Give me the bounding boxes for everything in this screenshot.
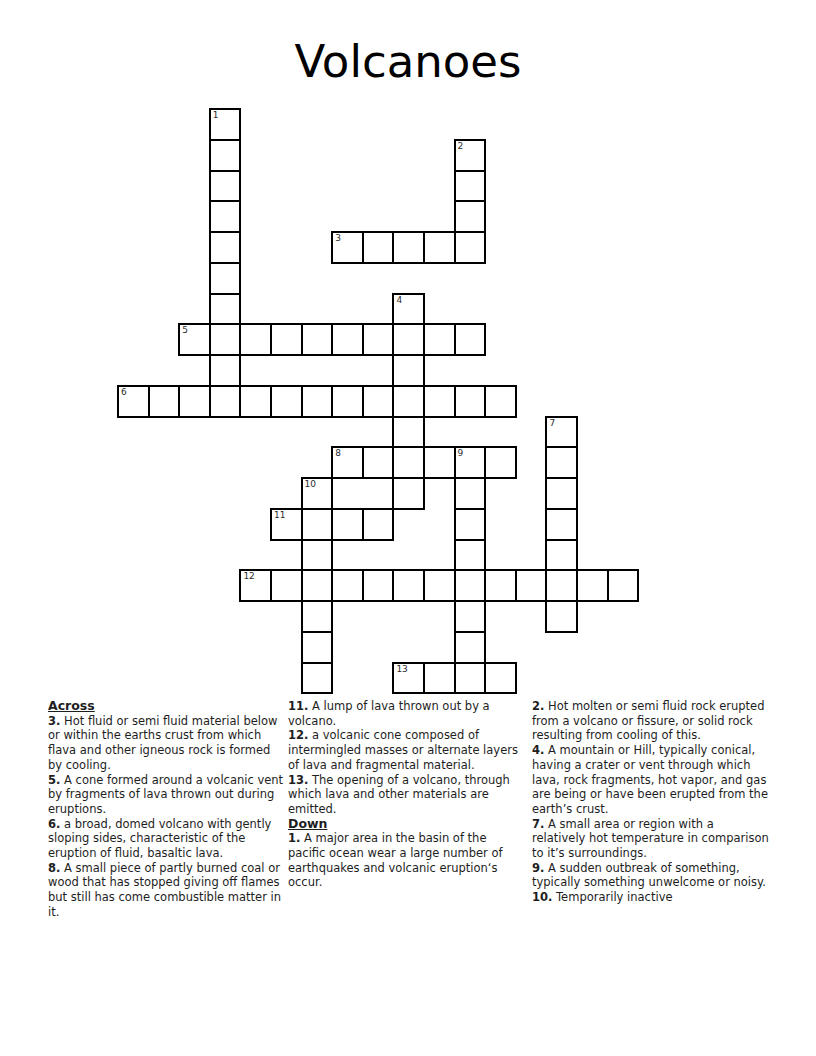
grid-cell[interactable] [423,662,456,695]
clue-number-label: 1. [288,831,300,845]
grid-cell[interactable] [301,508,334,541]
clue-number-label: 7. [532,817,544,831]
grid-cell[interactable]: 1 [209,108,242,141]
grid-cell[interactable] [178,385,211,418]
grid-cell[interactable] [392,416,425,449]
grid-cell[interactable] [454,477,487,510]
clue-number: 7 [549,418,555,428]
clue-across-11: 11. A lump of lava thrown out by a volca… [288,699,525,728]
grid-cell[interactable] [362,446,395,479]
grid-cell[interactable] [423,385,456,418]
grid-cell[interactable] [270,323,303,356]
grid-cell[interactable] [392,354,425,387]
grid-cell[interactable] [392,385,425,418]
clue-number: 11 [274,510,285,520]
clue-number: 13 [396,664,407,674]
grid-cell[interactable]: 10 [301,477,334,510]
clue-number: 4 [396,295,402,305]
grid-cell[interactable]: 11 [270,508,303,541]
grid-cell[interactable] [331,508,364,541]
grid-cell[interactable] [209,293,242,326]
grid-cell[interactable]: 4 [392,293,425,326]
grid-cell[interactable] [362,569,395,602]
grid-cell[interactable] [392,477,425,510]
clue-number: 10 [305,479,316,489]
grid-cell[interactable] [362,323,395,356]
grid-cell[interactable] [454,569,487,602]
grid-cell[interactable] [209,139,242,172]
grid-cell[interactable] [209,231,242,264]
grid-cell[interactable] [301,323,334,356]
grid-cell[interactable] [454,323,487,356]
grid-cell[interactable]: 7 [545,416,578,449]
clue-number-label: 3. [48,714,60,728]
clue-number-label: 9. [532,861,544,875]
clue-number-label: 10. [532,890,552,904]
clue-number-label: 2. [532,699,544,713]
grid-cell[interactable] [270,385,303,418]
grid-cell[interactable] [545,508,578,541]
grid-cell[interactable] [423,231,456,264]
grid-cell[interactable] [423,569,456,602]
clue-number-label: 11. [288,699,308,713]
grid-cell[interactable] [239,323,272,356]
grid-cell[interactable] [392,446,425,479]
crossword-grid: 12345678910111213 [0,0,816,700]
grid-cell[interactable] [484,385,517,418]
grid-cell[interactable] [576,569,609,602]
grid-cell[interactable]: 8 [331,446,364,479]
grid-cell[interactable] [270,569,303,602]
grid-cell[interactable] [545,569,578,602]
grid-cell[interactable]: 12 [239,569,272,602]
worksheet-page: Volcanoes 12345678910111213 Across3. Hot… [0,0,816,1056]
grid-cell[interactable] [209,323,242,356]
clue-down-10: 10. Temporarily inactive [532,890,769,905]
grid-cell[interactable] [454,600,487,633]
grid-cell[interactable] [454,662,487,695]
grid-cell[interactable] [454,170,487,203]
grid-cell[interactable] [454,631,487,664]
grid-cell[interactable] [454,200,487,233]
grid-cell[interactable]: 2 [454,139,487,172]
clue-number-label: 5. [48,773,60,787]
grid-cell[interactable] [362,231,395,264]
grid-cell[interactable] [331,323,364,356]
grid-cell[interactable]: 3 [331,231,364,264]
clue-number-label: 8. [48,861,60,875]
clue-number: 5 [182,325,188,335]
grid-cell[interactable] [362,508,395,541]
grid-cell[interactable] [484,446,517,479]
grid-cell[interactable] [209,200,242,233]
grid-cell[interactable] [545,539,578,572]
grid-cell[interactable] [423,323,456,356]
grid-cell[interactable] [484,662,517,695]
grid-cell[interactable] [423,446,456,479]
clue-across-8: 8. A small piece of partly burned coal o… [48,861,285,920]
clue-across-13: 13. The opening of a volcano, through wh… [288,773,525,817]
grid-cell[interactable] [301,539,334,572]
clue-down-9: 9. A sudden outbreak of something, typic… [532,861,769,890]
grid-cell[interactable] [301,600,334,633]
clue-down-2: 2. Hot molten or semi fluid rock erupted… [532,699,769,743]
grid-cell[interactable] [454,231,487,264]
grid-cell[interactable] [331,569,364,602]
grid-cell[interactable] [301,662,334,695]
grid-cell[interactable] [331,385,364,418]
clue-down-7: 7. A small area or region with a relativ… [532,817,769,861]
clue-number: 9 [458,448,464,458]
grid-cell[interactable] [301,569,334,602]
grid-cell[interactable]: 5 [178,323,211,356]
clue-across-3: 3. Hot fluid or semi fluid material belo… [48,714,285,773]
clue-number: 1 [213,110,219,120]
grid-cell[interactable] [545,600,578,633]
clues-column-2: 11. A lump of lava thrown out by a volca… [288,699,525,890]
grid-cell[interactable] [545,477,578,510]
clues-down-header: Down [288,817,525,832]
clue-number: 3 [335,233,341,243]
grid-cell[interactable] [362,385,395,418]
clue-across-12: 12. a volcanic cone composed of intermin… [288,728,525,772]
clue-number: 2 [458,141,464,151]
clue-number-label: 4. [532,743,544,757]
grid-cell[interactable] [239,385,272,418]
grid-cell[interactable] [607,569,640,602]
clue-number: 6 [121,387,127,397]
grid-cell[interactable] [209,262,242,295]
clue-down-1: 1. A major area in the basin of the paci… [288,831,525,890]
clues-across-header: Across [48,699,285,714]
clue-across-6: 6. a broad, domed volcano with gently sl… [48,817,285,861]
grid-cell[interactable]: 6 [117,385,150,418]
grid-cell[interactable]: 9 [454,446,487,479]
clue-number-label: 13. [288,773,308,787]
grid-cell[interactable] [454,508,487,541]
clue-across-5: 5. A cone formed around a volcanic vent … [48,773,285,817]
clue-number-label: 12. [288,728,308,742]
grid-cell[interactable] [392,231,425,264]
clue-number: 12 [243,571,254,581]
grid-cell[interactable] [209,354,242,387]
clues-column-3: 2. Hot molten or semi fluid rock erupted… [532,699,769,905]
grid-cell[interactable] [392,323,425,356]
clue-number: 8 [335,448,341,458]
clue-number-label: 6. [48,817,60,831]
grid-cell[interactable] [484,569,517,602]
clues-column-1: Across3. Hot fluid or semi fluid materia… [48,699,285,920]
grid-cell[interactable] [515,569,548,602]
grid-cell[interactable] [392,569,425,602]
grid-cell[interactable] [454,539,487,572]
grid-cell[interactable] [331,477,394,510]
grid-cell[interactable] [209,385,242,418]
grid-cell[interactable] [454,385,487,418]
grid-cell[interactable] [301,631,334,664]
grid-cell[interactable] [209,170,242,203]
grid-cell[interactable] [301,385,334,418]
clue-down-4: 4. A mountain or Hill, typically conical… [532,743,769,817]
grid-cell[interactable] [148,385,181,418]
grid-cell[interactable]: 13 [392,662,425,695]
grid-cell[interactable] [545,446,578,479]
